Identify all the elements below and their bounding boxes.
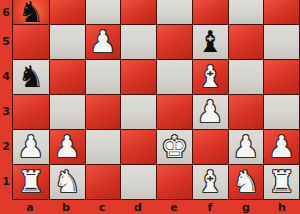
square-a5[interactable]	[13, 24, 49, 59]
square-d2[interactable]	[120, 129, 156, 164]
square-g5[interactable]	[228, 24, 264, 59]
square-a3[interactable]	[13, 94, 49, 129]
black-knight[interactable]: ♞	[18, 0, 44, 24]
white-pawn[interactable]: ♟	[232, 131, 259, 163]
square-d1[interactable]	[120, 164, 156, 199]
white-bishop[interactable]: ♝	[197, 61, 224, 93]
square-e2[interactable]: ♚	[156, 129, 192, 164]
file-label-d: d	[120, 200, 156, 214]
white-knight[interactable]: ♞	[232, 166, 259, 198]
white-rook[interactable]: ♜	[17, 166, 44, 198]
square-d3[interactable]	[120, 94, 156, 129]
square-c1[interactable]	[85, 164, 121, 199]
square-d5[interactable]	[120, 24, 156, 59]
square-h3[interactable]	[263, 94, 299, 129]
white-pawn[interactable]: ♟	[268, 131, 295, 163]
square-a4[interactable]: ♞	[13, 59, 49, 94]
square-e3[interactable]	[156, 94, 192, 129]
square-e5[interactable]	[156, 24, 192, 59]
square-b4[interactable]	[49, 59, 85, 94]
square-a1[interactable]: ♜	[13, 164, 49, 199]
square-b3[interactable]	[49, 94, 85, 129]
square-c3[interactable]	[85, 94, 121, 129]
square-f6[interactable]	[192, 0, 228, 24]
square-h2[interactable]: ♟	[263, 129, 299, 164]
rank-label-5: 5	[0, 24, 12, 59]
white-pawn[interactable]: ♟	[89, 26, 116, 58]
square-e4[interactable]	[156, 59, 192, 94]
square-h1[interactable]: ♜	[263, 164, 299, 199]
square-d6[interactable]	[120, 0, 156, 24]
square-e6[interactable]	[156, 0, 192, 24]
chess-board-screenshot: 654321 ♞♟♝♞♝♟♟♟♚♟♟♜♞♝♞♜ abcdefgh	[0, 0, 300, 214]
black-knight[interactable]: ♞	[17, 61, 44, 93]
square-g1[interactable]: ♞	[228, 164, 264, 199]
square-a2[interactable]: ♟	[13, 129, 49, 164]
rank-labels: 654321	[0, 0, 12, 200]
square-h4[interactable]	[263, 59, 299, 94]
rank-label-6: 6	[0, 0, 12, 24]
file-label-h: h	[264, 200, 300, 214]
square-c5[interactable]: ♟	[85, 24, 121, 59]
square-d4[interactable]	[120, 59, 156, 94]
white-pawn[interactable]: ♟	[17, 131, 44, 163]
rank-label-4: 4	[0, 59, 12, 94]
square-c6[interactable]	[85, 0, 121, 24]
square-g2[interactable]: ♟	[228, 129, 264, 164]
file-label-a: a	[12, 200, 48, 214]
white-knight[interactable]: ♞	[54, 166, 81, 198]
square-b1[interactable]: ♞	[49, 164, 85, 199]
white-rook[interactable]: ♜	[268, 166, 295, 198]
rank-label-2: 2	[0, 129, 12, 164]
square-g6[interactable]	[228, 0, 264, 24]
square-c2[interactable]	[85, 129, 121, 164]
chess-board[interactable]: ♞♟♝♞♝♟♟♟♚♟♟♜♞♝♞♜	[12, 0, 300, 200]
square-g3[interactable]	[228, 94, 264, 129]
square-g4[interactable]	[228, 59, 264, 94]
file-label-b: b	[48, 200, 84, 214]
square-f4[interactable]: ♝	[192, 59, 228, 94]
square-b5[interactable]	[49, 24, 85, 59]
white-pawn[interactable]: ♟	[54, 131, 81, 163]
white-bishop[interactable]: ♝	[197, 166, 224, 198]
square-f1[interactable]: ♝	[192, 164, 228, 199]
white-king[interactable]: ♚	[161, 131, 188, 163]
rank-label-3: 3	[0, 94, 12, 129]
square-h5[interactable]	[263, 24, 299, 59]
square-h6[interactable]	[263, 0, 299, 24]
file-labels: abcdefgh	[12, 200, 300, 214]
file-label-c: c	[84, 200, 120, 214]
white-pawn[interactable]: ♟	[197, 96, 224, 128]
file-label-g: g	[228, 200, 264, 214]
file-label-f: f	[192, 200, 228, 214]
square-b2[interactable]: ♟	[49, 129, 85, 164]
rank-label-1: 1	[0, 164, 12, 199]
square-f3[interactable]: ♟	[192, 94, 228, 129]
square-f5[interactable]: ♝	[192, 24, 228, 59]
file-label-e: e	[156, 200, 192, 214]
square-a6[interactable]: ♞	[13, 0, 49, 24]
black-bishop[interactable]: ♝	[197, 26, 224, 58]
square-f2[interactable]	[192, 129, 228, 164]
square-e1[interactable]	[156, 164, 192, 199]
square-b6[interactable]	[49, 0, 85, 24]
square-c4[interactable]	[85, 59, 121, 94]
